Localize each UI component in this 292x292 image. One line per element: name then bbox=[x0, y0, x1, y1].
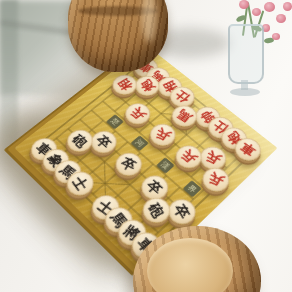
vase-foot bbox=[230, 88, 260, 96]
flower bbox=[276, 14, 286, 23]
flower bbox=[264, 2, 275, 12]
flower bbox=[252, 8, 261, 16]
scene: 楚河漢界 車馬相仕帥仕炮車炮馬相兵兵兵兵兵卒卒卒卒砲砲車象馬士士馬將車 bbox=[0, 0, 292, 292]
glass-vase bbox=[228, 24, 264, 84]
flower bbox=[283, 2, 292, 11]
flower bbox=[272, 33, 280, 40]
flower bbox=[239, 0, 249, 9]
